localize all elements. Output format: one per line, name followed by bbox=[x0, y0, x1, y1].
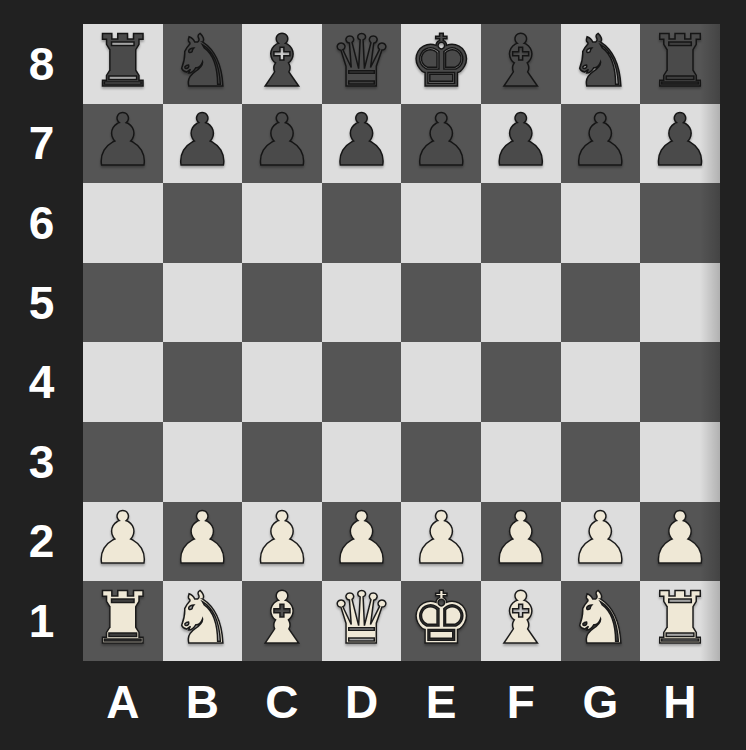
square-a5[interactable] bbox=[83, 263, 163, 343]
white-pawn-piece[interactable]: ♟ bbox=[329, 502, 394, 574]
white-queen-piece[interactable]: ♛ bbox=[329, 582, 394, 654]
square-e7[interactable]: ♟ bbox=[401, 104, 481, 184]
white-rook-piece[interactable]: ♜ bbox=[91, 582, 156, 654]
white-bishop-piece[interactable]: ♝ bbox=[488, 582, 553, 654]
rank-label-2: 2 bbox=[0, 502, 83, 582]
square-f6[interactable] bbox=[481, 183, 561, 263]
rank-label-6: 6 bbox=[0, 183, 83, 263]
square-f5[interactable] bbox=[481, 263, 561, 343]
black-pawn-piece[interactable]: ♟ bbox=[409, 104, 474, 176]
square-c2[interactable]: ♟ bbox=[242, 502, 322, 582]
square-b1[interactable]: ♞ bbox=[163, 581, 243, 661]
rank-label-1: 1 bbox=[0, 581, 83, 661]
rank-label-7: 7 bbox=[0, 104, 83, 184]
square-g4[interactable] bbox=[561, 342, 641, 422]
black-bishop-piece[interactable]: ♝ bbox=[488, 25, 553, 97]
black-rook-piece[interactable]: ♜ bbox=[91, 25, 156, 97]
square-e6[interactable] bbox=[401, 183, 481, 263]
square-g1[interactable]: ♞ bbox=[561, 581, 641, 661]
file-label-c: C bbox=[242, 661, 322, 743]
black-pawn-piece[interactable]: ♟ bbox=[250, 104, 315, 176]
square-c6[interactable] bbox=[242, 183, 322, 263]
rank-label-4: 4 bbox=[0, 342, 83, 422]
square-d3[interactable] bbox=[322, 422, 402, 502]
rank-label-8: 8 bbox=[0, 24, 83, 104]
white-pawn-piece[interactable]: ♟ bbox=[648, 502, 713, 574]
square-d7[interactable]: ♟ bbox=[322, 104, 402, 184]
white-pawn-piece[interactable]: ♟ bbox=[409, 502, 474, 574]
black-king-piece[interactable]: ♚ bbox=[409, 25, 474, 97]
square-f8[interactable]: ♝ bbox=[481, 24, 561, 104]
square-h5[interactable] bbox=[640, 263, 720, 343]
white-rook-piece[interactable]: ♜ bbox=[648, 582, 713, 654]
square-c4[interactable] bbox=[242, 342, 322, 422]
square-b7[interactable]: ♟ bbox=[163, 104, 243, 184]
white-pawn-piece[interactable]: ♟ bbox=[170, 502, 235, 574]
square-f1[interactable]: ♝ bbox=[481, 581, 561, 661]
square-f2[interactable]: ♟ bbox=[481, 502, 561, 582]
square-h3[interactable] bbox=[640, 422, 720, 502]
square-d5[interactable] bbox=[322, 263, 402, 343]
square-e3[interactable] bbox=[401, 422, 481, 502]
black-bishop-piece[interactable]: ♝ bbox=[250, 25, 315, 97]
square-g6[interactable] bbox=[561, 183, 641, 263]
black-pawn-piece[interactable]: ♟ bbox=[568, 104, 633, 176]
square-h7[interactable]: ♟ bbox=[640, 104, 720, 184]
white-pawn-piece[interactable]: ♟ bbox=[488, 502, 553, 574]
square-e8[interactable]: ♚ bbox=[401, 24, 481, 104]
file-label-d: D bbox=[322, 661, 402, 743]
white-knight-piece[interactable]: ♞ bbox=[568, 582, 633, 654]
square-c5[interactable] bbox=[242, 263, 322, 343]
white-king-piece[interactable]: ♚ bbox=[409, 582, 474, 654]
square-b2[interactable]: ♟ bbox=[163, 502, 243, 582]
square-a3[interactable] bbox=[83, 422, 163, 502]
file-label-a: A bbox=[83, 661, 163, 743]
black-knight-piece[interactable]: ♞ bbox=[170, 25, 235, 97]
chess-board-scene: 87654321 ♜♞♝♛♚♝♞♜♟♟♟♟♟♟♟♟♟♟♟♟♟♟♟♟♜♞♝♛♚♝♞… bbox=[0, 0, 746, 750]
black-rook-piece[interactable]: ♜ bbox=[648, 25, 713, 97]
square-h8[interactable]: ♜ bbox=[640, 24, 720, 104]
square-a8[interactable]: ♜ bbox=[83, 24, 163, 104]
black-pawn-piece[interactable]: ♟ bbox=[648, 104, 713, 176]
square-a7[interactable]: ♟ bbox=[83, 104, 163, 184]
square-e4[interactable] bbox=[401, 342, 481, 422]
square-c3[interactable] bbox=[242, 422, 322, 502]
square-d8[interactable]: ♛ bbox=[322, 24, 402, 104]
square-a2[interactable]: ♟ bbox=[83, 502, 163, 582]
square-g2[interactable]: ♟ bbox=[561, 502, 641, 582]
file-label-b: B bbox=[163, 661, 243, 743]
white-pawn-piece[interactable]: ♟ bbox=[91, 502, 156, 574]
file-label-f: F bbox=[481, 661, 561, 743]
square-b4[interactable] bbox=[163, 342, 243, 422]
square-f7[interactable]: ♟ bbox=[481, 104, 561, 184]
black-queen-piece[interactable]: ♛ bbox=[329, 25, 394, 97]
square-g5[interactable] bbox=[561, 263, 641, 343]
square-a4[interactable] bbox=[83, 342, 163, 422]
file-label-h: H bbox=[640, 661, 720, 743]
square-h6[interactable] bbox=[640, 183, 720, 263]
black-pawn-piece[interactable]: ♟ bbox=[488, 104, 553, 176]
white-pawn-piece[interactable]: ♟ bbox=[250, 502, 315, 574]
square-e5[interactable] bbox=[401, 263, 481, 343]
square-e2[interactable]: ♟ bbox=[401, 502, 481, 582]
square-b3[interactable] bbox=[163, 422, 243, 502]
square-b8[interactable]: ♞ bbox=[163, 24, 243, 104]
square-b6[interactable] bbox=[163, 183, 243, 263]
rank-label-3: 3 bbox=[0, 422, 83, 502]
square-g7[interactable]: ♟ bbox=[561, 104, 641, 184]
black-pawn-piece[interactable]: ♟ bbox=[170, 104, 235, 176]
file-labels: ABCDEFGH bbox=[83, 661, 720, 743]
file-label-e: E bbox=[401, 661, 481, 743]
square-e1[interactable]: ♚ bbox=[401, 581, 481, 661]
chess-board: ♜♞♝♛♚♝♞♜♟♟♟♟♟♟♟♟♟♟♟♟♟♟♟♟♜♞♝♛♚♝♞♜ bbox=[83, 24, 720, 661]
square-g8[interactable]: ♞ bbox=[561, 24, 641, 104]
square-a1[interactable]: ♜ bbox=[83, 581, 163, 661]
white-knight-piece[interactable]: ♞ bbox=[170, 582, 235, 654]
square-a6[interactable] bbox=[83, 183, 163, 263]
square-g3[interactable] bbox=[561, 422, 641, 502]
square-h4[interactable] bbox=[640, 342, 720, 422]
square-b5[interactable] bbox=[163, 263, 243, 343]
white-pawn-piece[interactable]: ♟ bbox=[568, 502, 633, 574]
square-h1[interactable]: ♜ bbox=[640, 581, 720, 661]
white-bishop-piece[interactable]: ♝ bbox=[250, 582, 315, 654]
square-d2[interactable]: ♟ bbox=[322, 502, 402, 582]
square-h2[interactable]: ♟ bbox=[640, 502, 720, 582]
square-d4[interactable] bbox=[322, 342, 402, 422]
square-c7[interactable]: ♟ bbox=[242, 104, 322, 184]
square-c8[interactable]: ♝ bbox=[242, 24, 322, 104]
file-label-g: G bbox=[561, 661, 641, 743]
square-d6[interactable] bbox=[322, 183, 402, 263]
black-knight-piece[interactable]: ♞ bbox=[568, 25, 633, 97]
square-c1[interactable]: ♝ bbox=[242, 581, 322, 661]
square-f4[interactable] bbox=[481, 342, 561, 422]
rank-labels: 87654321 bbox=[0, 24, 83, 661]
square-f3[interactable] bbox=[481, 422, 561, 502]
rank-label-5: 5 bbox=[0, 263, 83, 343]
black-pawn-piece[interactable]: ♟ bbox=[91, 104, 156, 176]
black-pawn-piece[interactable]: ♟ bbox=[329, 104, 394, 176]
square-d1[interactable]: ♛ bbox=[322, 581, 402, 661]
